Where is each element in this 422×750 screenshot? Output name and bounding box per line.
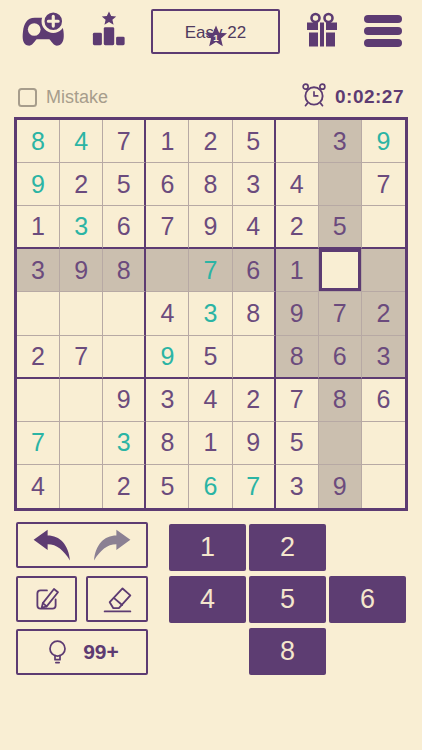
- redo-arrow-icon: [91, 528, 133, 563]
- cell-r8c5[interactable]: 1: [189, 422, 232, 465]
- cell-r9c1[interactable]: 4: [17, 465, 60, 508]
- edit-eraser-row: [16, 576, 148, 622]
- cell-r7c5[interactable]: 4: [189, 379, 232, 422]
- numpad-button-1[interactable]: 1: [169, 524, 246, 571]
- cell-r9c7[interactable]: 3: [276, 465, 319, 508]
- cell-r8c8[interactable]: [319, 422, 362, 465]
- cell-r9c8[interactable]: 9: [319, 465, 362, 508]
- cell-r9c3[interactable]: 2: [103, 465, 146, 508]
- hamburger-menu-icon: [364, 15, 402, 47]
- cell-r8c3[interactable]: 3: [103, 422, 146, 465]
- cell-r2c2[interactable]: 2: [60, 163, 103, 206]
- cell-r1c3[interactable]: 7: [103, 120, 146, 163]
- gift-button[interactable]: [304, 11, 340, 52]
- undo-button[interactable]: [31, 528, 73, 563]
- cell-r2c1[interactable]: 9: [17, 163, 60, 206]
- cell-r8c4[interactable]: 8: [146, 422, 189, 465]
- mistake-toggle[interactable]: Mistake: [18, 87, 108, 108]
- cell-r7c6[interactable]: 2: [233, 379, 276, 422]
- undo-arrow-icon: [31, 528, 73, 563]
- cell-r7c8[interactable]: 8: [319, 379, 362, 422]
- tool-column: 99+: [16, 522, 148, 675]
- cell-r4c7[interactable]: 1: [276, 249, 319, 292]
- cell-r6c3[interactable]: [103, 336, 146, 379]
- cell-r8c7[interactable]: 5: [276, 422, 319, 465]
- cell-r7c4[interactable]: 3: [146, 379, 189, 422]
- cell-r1c4[interactable]: 1: [146, 120, 189, 163]
- cell-r2c7[interactable]: 4: [276, 163, 319, 206]
- cell-r1c7[interactable]: [276, 120, 319, 163]
- pencil-notes-icon: [31, 584, 62, 615]
- cell-r6c1[interactable]: 2: [17, 336, 60, 379]
- hint-button[interactable]: 99+: [16, 629, 148, 675]
- numpad-button-6[interactable]: 6: [329, 576, 406, 623]
- cell-r3c8[interactable]: 5: [319, 206, 362, 249]
- new-game-button[interactable]: [20, 9, 67, 53]
- cell-r1c5[interactable]: 2: [189, 120, 232, 163]
- cell-r7c1[interactable]: [17, 379, 60, 422]
- cell-r3c9[interactable]: [362, 206, 405, 249]
- cell-r4c2[interactable]: 9: [60, 249, 103, 292]
- cell-r2c3[interactable]: 5: [103, 163, 146, 206]
- cell-r5c7[interactable]: 9: [276, 292, 319, 335]
- cell-r4c5[interactable]: 7: [189, 249, 232, 292]
- numpad-empty-slot: [329, 628, 406, 675]
- cell-r6c6[interactable]: [233, 336, 276, 379]
- numpad-empty-slot: [169, 628, 246, 675]
- cell-r3c5[interactable]: 9: [189, 206, 232, 249]
- cell-r4c1[interactable]: 3: [17, 249, 60, 292]
- numpad: 124568: [169, 524, 406, 675]
- cell-r5c8[interactable]: 7: [319, 292, 362, 335]
- cell-r1c9[interactable]: 9: [362, 120, 405, 163]
- cell-r5c4[interactable]: 4: [146, 292, 189, 335]
- cell-r4c9[interactable]: [362, 249, 405, 292]
- cell-r5c6[interactable]: 8: [233, 292, 276, 335]
- numpad-button-4[interactable]: 4: [169, 576, 246, 623]
- numpad-button-2[interactable]: 2: [249, 524, 326, 571]
- cell-r7c9[interactable]: 6: [362, 379, 405, 422]
- cell-r9c2[interactable]: [60, 465, 103, 508]
- numpad-button-5[interactable]: 5: [249, 576, 326, 623]
- cell-r3c4[interactable]: 7: [146, 206, 189, 249]
- cell-r7c3[interactable]: 9: [103, 379, 146, 422]
- cell-r2c4[interactable]: 6: [146, 163, 189, 206]
- gift-icon: [304, 11, 340, 52]
- cell-r4c3[interactable]: 8: [103, 249, 146, 292]
- leaderboard-button[interactable]: [91, 11, 127, 52]
- cell-r4c4[interactable]: [146, 249, 189, 292]
- cell-r2c8[interactable]: [319, 163, 362, 206]
- cell-r1c2[interactable]: 4: [60, 120, 103, 163]
- cell-r8c1[interactable]: 7: [17, 422, 60, 465]
- cell-r5c1[interactable]: [17, 292, 60, 335]
- cell-r3c6[interactable]: 4: [233, 206, 276, 249]
- level-button[interactable]: Easy 22 1: [151, 9, 280, 54]
- redo-button[interactable]: [91, 528, 133, 563]
- numpad-button-8[interactable]: 8: [249, 628, 326, 675]
- alarm-clock-icon: [301, 82, 327, 112]
- lightbulb-icon: [45, 638, 70, 667]
- cell-r3c3[interactable]: 6: [103, 206, 146, 249]
- cell-r8c6[interactable]: 9: [233, 422, 276, 465]
- cell-r6c2[interactable]: 7: [60, 336, 103, 379]
- cell-r5c5[interactable]: 3: [189, 292, 232, 335]
- cell-r3c7[interactable]: 2: [276, 206, 319, 249]
- cell-r6c9[interactable]: 3: [362, 336, 405, 379]
- mistake-label: Mistake: [46, 87, 108, 108]
- top-toolbar: Easy 22 1: [0, 8, 422, 54]
- cell-r8c9[interactable]: [362, 422, 405, 465]
- cell-r9c4[interactable]: 5: [146, 465, 189, 508]
- bottom-controls: 99+ 124568: [16, 522, 422, 675]
- cell-r7c2[interactable]: [60, 379, 103, 422]
- podium-star-icon: [91, 11, 127, 52]
- cell-r9c9[interactable]: [362, 465, 405, 508]
- numpad-empty-slot: [329, 524, 406, 571]
- cell-r7c7[interactable]: 7: [276, 379, 319, 422]
- timer: 0:02:27: [301, 82, 404, 112]
- cell-r2c5[interactable]: 8: [189, 163, 232, 206]
- cell-r1c8[interactable]: 3: [319, 120, 362, 163]
- menu-button[interactable]: [364, 15, 402, 47]
- cell-r5c3[interactable]: [103, 292, 146, 335]
- cell-r6c5[interactable]: 5: [189, 336, 232, 379]
- star-badge-icon: 1: [203, 25, 228, 52]
- eraser-button[interactable]: [86, 576, 148, 622]
- cell-r6c7[interactable]: 8: [276, 336, 319, 379]
- cell-r9c6[interactable]: 7: [233, 465, 276, 508]
- cell-r3c1[interactable]: 1: [17, 206, 60, 249]
- timer-value: 0:02:27: [335, 86, 404, 108]
- notes-button[interactable]: [16, 576, 77, 622]
- cell-r5c9[interactable]: 2: [362, 292, 405, 335]
- cell-r4c8[interactable]: [319, 249, 362, 292]
- hint-count: 99+: [83, 640, 119, 664]
- cell-r6c4[interactable]: 9: [146, 336, 189, 379]
- cell-r4c6[interactable]: 6: [233, 249, 276, 292]
- cell-r8c2[interactable]: [60, 422, 103, 465]
- cell-r1c1[interactable]: 8: [17, 120, 60, 163]
- status-row: Mistake 0:02:27: [18, 86, 404, 108]
- mistake-checkbox[interactable]: [18, 88, 37, 107]
- cell-r9c5[interactable]: 6: [189, 465, 232, 508]
- eraser-icon: [101, 583, 134, 615]
- cell-r2c6[interactable]: 3: [233, 163, 276, 206]
- undo-redo-panel: [16, 522, 148, 568]
- cell-r2c9[interactable]: 7: [362, 163, 405, 206]
- sudoku-board: 8471253992568347136794253987614389722795…: [14, 117, 408, 511]
- gamepad-plus-icon: [20, 9, 67, 53]
- cell-r1c6[interactable]: 5: [233, 120, 276, 163]
- star-count: 1: [213, 31, 219, 42]
- cell-r6c8[interactable]: 6: [319, 336, 362, 379]
- cell-r3c2[interactable]: 3: [60, 206, 103, 249]
- cell-r5c2[interactable]: [60, 292, 103, 335]
